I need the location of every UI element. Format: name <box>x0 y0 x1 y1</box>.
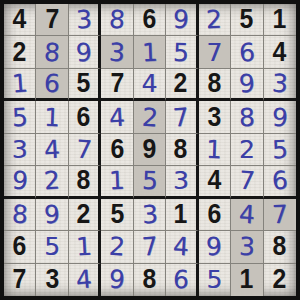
pen-digit: 4 <box>75 267 93 293</box>
given-digit: 4 <box>207 167 221 194</box>
cell-r9c2[interactable]: 3 <box>36 264 68 296</box>
given-digit: 8 <box>77 167 91 194</box>
given-digit: 6 <box>207 201 221 228</box>
pen-digit: 2 <box>43 168 61 194</box>
cell-r1c7[interactable]: 2 <box>199 4 231 36</box>
cell-r3c6[interactable]: 2 <box>166 69 198 101</box>
cell-r6c9[interactable]: 6 <box>264 166 296 198</box>
cell-r9c3[interactable]: 4 <box>69 264 101 296</box>
cell-r2c6[interactable]: 5 <box>166 36 198 68</box>
cell-r6c6[interactable]: 3 <box>166 166 198 198</box>
cell-r7c3[interactable]: 2 <box>69 199 101 231</box>
given-digit: 3 <box>207 104 221 131</box>
pen-digit: 2 <box>206 7 223 33</box>
pen-digit: 6 <box>238 39 255 65</box>
cell-r8c3[interactable]: 1 <box>69 231 101 263</box>
cell-r9c5[interactable]: 8 <box>134 264 166 296</box>
given-digit: 2 <box>273 266 287 293</box>
cell-r6c4[interactable]: 1 <box>101 166 133 198</box>
cell-r7c2[interactable]: 9 <box>36 199 68 231</box>
cell-r5c6[interactable]: 8 <box>166 134 198 166</box>
given-digit: 1 <box>273 6 287 33</box>
pen-digit: 9 <box>172 7 189 33</box>
cell-r5c3[interactable]: 7 <box>69 134 101 166</box>
pen-digit: 2 <box>141 104 159 130</box>
given-digit: 1 <box>174 201 188 228</box>
cell-r7c9[interactable]: 7 <box>264 199 296 231</box>
given-digit: 7 <box>110 70 124 97</box>
pen-digit: 8 <box>43 39 61 65</box>
cell-r1c9[interactable]: 1 <box>264 4 296 36</box>
given-digit: 2 <box>174 70 188 97</box>
pen-digit: 5 <box>206 267 222 292</box>
cell-r7c7[interactable]: 6 <box>199 199 231 231</box>
cell-r6c2[interactable]: 2 <box>36 166 68 198</box>
cell-r4c7[interactable]: 3 <box>199 101 231 133</box>
pen-digit: 6 <box>271 168 289 194</box>
pen-digit: 3 <box>12 137 28 162</box>
cell-r1c2[interactable]: 7 <box>36 4 68 36</box>
cell-r3c2[interactable]: 6 <box>36 69 68 101</box>
pen-digit: 7 <box>75 136 93 162</box>
cell-r4c1[interactable]: 5 <box>4 101 36 133</box>
pen-digit: 4 <box>44 137 61 163</box>
cell-r3c8[interactable]: 9 <box>231 69 263 101</box>
given-digit: 4 <box>13 6 27 33</box>
cell-r1c6[interactable]: 9 <box>166 4 198 36</box>
cell-r3c7[interactable]: 8 <box>199 69 231 101</box>
pen-digit: 6 <box>44 71 61 97</box>
pen-digit: 7 <box>271 202 288 228</box>
cell-r5c8[interactable]: 2 <box>231 134 263 166</box>
cell-r6c1[interactable]: 9 <box>4 166 36 198</box>
cell-r2c2[interactable]: 8 <box>36 36 68 68</box>
given-digit: 3 <box>45 266 59 293</box>
cell-r9c8[interactable]: 1 <box>231 264 263 296</box>
pen-digit: 1 <box>206 137 223 163</box>
cell-r9c6[interactable]: 6 <box>166 264 198 296</box>
given-digit: 8 <box>207 70 221 97</box>
cell-r1c3[interactable]: 3 <box>69 4 101 36</box>
cell-r8c8[interactable]: 3 <box>231 231 263 263</box>
given-digit: 2 <box>77 201 91 228</box>
photo-frame: 4738692512893157641657428935164273893476… <box>0 0 300 300</box>
pen-digit: 4 <box>238 201 255 227</box>
cell-r2c1[interactable]: 2 <box>4 36 36 68</box>
sudoku-board: 4738692512893157641657428935164273893476… <box>0 0 300 300</box>
cell-r2c3[interactable]: 9 <box>69 36 101 68</box>
given-digit: 2 <box>13 39 27 66</box>
given-digit: 6 <box>110 136 124 163</box>
pen-digit: 6 <box>173 267 190 293</box>
cell-r4c8[interactable]: 8 <box>231 101 263 133</box>
pen-digit: 9 <box>271 104 288 130</box>
cell-r6c8[interactable]: 7 <box>231 166 263 198</box>
cell-r8c4[interactable]: 2 <box>101 231 133 263</box>
cell-r9c7[interactable]: 5 <box>199 264 231 296</box>
pen-digit: 3 <box>271 71 288 97</box>
pen-digit: 3 <box>108 39 125 65</box>
given-digit: 9 <box>143 136 157 163</box>
pen-digit: 2 <box>239 137 255 162</box>
cell-r8c2[interactable]: 5 <box>36 231 68 263</box>
pen-digit: 7 <box>141 234 159 260</box>
pen-digit: 5 <box>44 234 60 259</box>
cell-r1c1[interactable]: 4 <box>4 4 36 36</box>
cell-r2c8[interactable]: 6 <box>231 36 263 68</box>
cell-r6c7[interactable]: 4 <box>199 166 231 198</box>
cell-r4c6[interactable]: 7 <box>166 101 198 133</box>
pen-digit: 1 <box>44 104 61 130</box>
pen-digit: 8 <box>11 201 28 227</box>
pen-digit: 9 <box>238 71 256 97</box>
pen-digit: 3 <box>141 201 158 227</box>
cell-r4c5[interactable]: 2 <box>134 101 166 133</box>
cell-r2c9[interactable]: 4 <box>264 36 296 68</box>
pen-digit: 3 <box>238 234 255 260</box>
cell-r4c3[interactable]: 6 <box>69 101 101 133</box>
cell-r7c4[interactable]: 5 <box>101 199 133 231</box>
cell-r4c2[interactable]: 1 <box>36 101 68 133</box>
given-digit: 4 <box>273 39 287 66</box>
pen-digit: 3 <box>75 7 92 33</box>
cell-r8c9[interactable]: 8 <box>264 231 296 263</box>
cell-r1c5[interactable]: 6 <box>134 4 166 36</box>
cell-r3c5[interactable]: 4 <box>134 69 166 101</box>
pen-digit: 1 <box>109 168 126 194</box>
cell-r3c4[interactable]: 7 <box>101 69 133 101</box>
cell-r2c5[interactable]: 1 <box>134 36 166 68</box>
cell-r4c4[interactable]: 4 <box>101 101 133 133</box>
cell-r5c2[interactable]: 4 <box>36 134 68 166</box>
given-digit: 6 <box>143 6 157 33</box>
cell-r9c9[interactable]: 2 <box>264 264 296 296</box>
given-digit: 7 <box>45 6 59 33</box>
pen-digit: 4 <box>142 71 158 96</box>
pen-digit: 1 <box>11 71 29 97</box>
pen-digit: 1 <box>141 39 158 65</box>
pen-digit: 9 <box>44 202 61 228</box>
pen-digit: 5 <box>173 39 190 65</box>
pen-digit: 4 <box>172 234 189 260</box>
cell-r5c5[interactable]: 9 <box>134 134 166 166</box>
pen-digit: 5 <box>11 104 28 130</box>
pen-digit: 7 <box>172 104 190 130</box>
cell-r7c5[interactable]: 3 <box>134 199 166 231</box>
cell-r1c4[interactable]: 8 <box>101 4 133 36</box>
cell-r7c8[interactable]: 4 <box>231 199 263 231</box>
cell-r8c5[interactable]: 7 <box>134 231 166 263</box>
cell-r8c7[interactable]: 9 <box>199 231 231 263</box>
cell-r3c3[interactable]: 5 <box>69 69 101 101</box>
pen-digit: 9 <box>108 267 125 293</box>
given-digit: 7 <box>13 266 27 293</box>
cell-r5c9[interactable]: 5 <box>264 134 296 166</box>
cell-r2c7[interactable]: 7 <box>199 36 231 68</box>
given-digit: 1 <box>240 266 254 293</box>
cell-r8c6[interactable]: 4 <box>166 231 198 263</box>
cell-r9c1[interactable]: 7 <box>4 264 36 296</box>
pen-digit: 3 <box>173 168 189 193</box>
given-digit: 5 <box>110 201 124 228</box>
pen-digit: 9 <box>206 234 223 260</box>
pen-digit: 8 <box>108 7 126 33</box>
given-digit: 8 <box>174 136 188 163</box>
cell-r5c1[interactable]: 3 <box>4 134 36 166</box>
pen-digit: 9 <box>11 168 29 194</box>
cell-r7c6[interactable]: 1 <box>166 199 198 231</box>
pen-digit: 9 <box>75 39 93 65</box>
cell-r7c1[interactable]: 8 <box>4 199 36 231</box>
cell-r6c3[interactable]: 8 <box>69 166 101 198</box>
cell-r9c4[interactable]: 9 <box>101 264 133 296</box>
pen-digit: 2 <box>108 234 126 260</box>
cell-r4c9[interactable]: 9 <box>264 101 296 133</box>
cell-r3c1[interactable]: 1 <box>4 69 36 101</box>
given-digit: 8 <box>273 233 287 260</box>
pen-digit: 4 <box>108 104 125 130</box>
given-digit: 6 <box>13 233 27 260</box>
pen-digit: 1 <box>75 234 92 260</box>
cell-r5c7[interactable]: 1 <box>199 134 231 166</box>
cell-r3c9[interactable]: 3 <box>264 69 296 101</box>
cell-r8c1[interactable]: 6 <box>4 231 36 263</box>
given-digit: 6 <box>77 104 91 131</box>
pen-digit: 8 <box>238 104 255 130</box>
pen-digit: 7 <box>238 168 256 194</box>
cell-r2c4[interactable]: 3 <box>101 36 133 68</box>
pen-digit: 7 <box>206 40 222 65</box>
cell-r6c5[interactable]: 5 <box>134 166 166 198</box>
given-digit: 5 <box>240 6 254 33</box>
given-digit: 8 <box>143 266 157 293</box>
pen-digit: 5 <box>271 137 288 163</box>
cell-r1c8[interactable]: 5 <box>231 4 263 36</box>
pen-digit: 5 <box>141 168 158 194</box>
cell-r5c4[interactable]: 6 <box>101 134 133 166</box>
given-digit: 5 <box>77 70 91 97</box>
